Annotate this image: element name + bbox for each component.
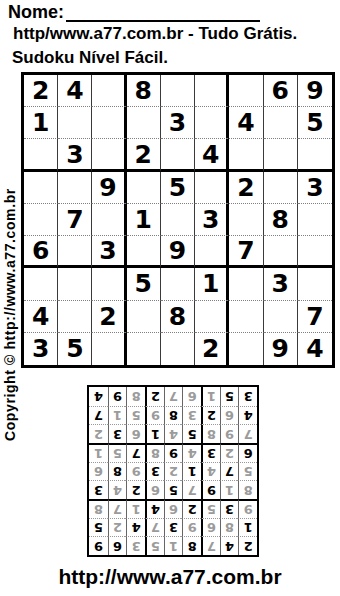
main-sudoku-cell-r9c7[interactable] [229,333,263,365]
main-sudoku-cell-r2c9[interactable]: 5 [298,107,332,139]
solution-rotated-cell-r4c4: 7 [182,480,201,499]
solution-rotated-cell-r5c7: 9 [126,462,145,481]
solution-rotated-cell-r7c1: 7 [238,424,257,443]
solution-rotated-cell-r1c8: 6 [108,536,127,555]
solution-rotated-cell-r2c5: 3 [164,518,183,537]
main-sudoku-cell-r4c3[interactable]: 9 [92,172,126,204]
solution-rotated-cell-r9c7: 8 [126,387,145,406]
main-sudoku-cell-r2c8[interactable] [264,107,298,139]
solution-rotated-cell-r5c4: 1 [182,462,201,481]
solution-rotated-cell-r4c1: 8 [238,480,257,499]
main-sudoku-cell-r3c9[interactable] [298,139,332,171]
solution-rotated-cell-r8c2: 6 [220,406,239,425]
solution-rotated-cell-r3c1: 9 [238,499,257,518]
main-sudoku-cell-r9c5[interactable] [161,333,195,365]
solution-rotated-cell-r8c8: 1 [108,406,127,425]
main-sudoku-grid: 248691345324952371386397513428735294 [21,72,335,368]
main-sudoku-cell-r2c6[interactable] [195,107,229,139]
solution-rotated-cell-r9c5: 7 [164,387,183,406]
solution-rotated-cell-r2c2: 8 [220,518,239,537]
main-sudoku-cell-r8c3[interactable]: 2 [92,301,126,333]
footer-url: http://www.a77.com.br [0,565,340,589]
main-sudoku-cell-r4c4[interactable] [127,172,161,204]
solution-rotated-cell-r4c7: 2 [126,480,145,499]
solution-rotated-cell-r1c9: 9 [89,536,108,555]
solution-rotated-cell-r8c7: 5 [126,406,145,425]
main-sudoku-cell-r8c2[interactable] [58,301,92,333]
solution-rotated-cell-r6c5: 9 [164,443,183,462]
main-sudoku-cell-r8c8[interactable] [264,301,298,333]
name-label: Nome: [8,2,64,22]
main-sudoku-cell-r3c7[interactable] [229,139,263,171]
solution-rotated-cell-r9c9: 4 [89,387,108,406]
solution-rotated-cell-r5c3: 4 [201,462,220,481]
main-sudoku-cell-r6c9[interactable] [298,236,332,268]
main-sudoku-cell-r4c5[interactable]: 5 [161,172,195,204]
main-sudoku-cell-r4c6[interactable] [195,172,229,204]
solution-rotated-cell-r6c8: 5 [108,443,127,462]
main-sudoku-cell-r5c3[interactable] [92,204,126,236]
main-sudoku-cell-r9c1[interactable]: 3 [24,333,58,365]
main-sudoku-cell-r2c2[interactable] [58,107,92,139]
solution-rotated-cell-r2c6: 7 [145,518,164,537]
main-sudoku-cell-r5c9[interactable] [298,204,332,236]
solution-rotated-cell-r9c4: 6 [182,387,201,406]
solution-rotated-cell-r5c5: 2 [164,462,183,481]
solution-rotated-cell-r3c5: 6 [164,499,183,518]
solution-rotated-cell-r1c7: 3 [126,536,145,555]
solution-rotated-cell-r6c3: 3 [201,443,220,462]
main-sudoku-cell-r8c1[interactable]: 4 [24,301,58,333]
solution-rotated-cell-r1c3: 7 [201,536,220,555]
main-sudoku-cell-r6c5[interactable]: 9 [161,236,195,268]
solution-rotated-cell-r7c7: 6 [126,424,145,443]
solution-rotated-cell-r3c2: 3 [220,499,239,518]
main-sudoku-cell-r7c5[interactable] [161,268,195,300]
main-sudoku-cell-r4c1[interactable] [24,172,58,204]
main-sudoku-cell-r7c1[interactable] [24,268,58,300]
main-sudoku-cell-r3c3[interactable] [92,139,126,171]
solution-rotated-cell-r9c1: 3 [238,387,257,406]
solution-rotated-cell-r7c6: 1 [145,424,164,443]
main-sudoku-cell-r5c8[interactable]: 8 [264,204,298,236]
main-sudoku-cell-r6c8[interactable] [264,236,298,268]
solution-rotated-cell-r3c4: 2 [182,499,201,518]
solution-rotated-cell-r3c7: 1 [126,499,145,518]
solution-rotated-cell-r7c2: 9 [220,424,239,443]
solution-rotated-cell-r5c1: 5 [238,462,257,481]
main-sudoku-cell-r1c2[interactable]: 4 [58,75,92,107]
solution-rotated-cell-r2c8: 2 [108,518,127,537]
main-sudoku-cell-r9c2[interactable]: 5 [58,333,92,365]
main-sudoku-cell-r3c6[interactable]: 4 [195,139,229,171]
solution-rotated-cell-r5c6: 3 [145,462,164,481]
solution-rotated-cell-r2c3: 6 [201,518,220,537]
main-sudoku-cell-r1c1[interactable]: 2 [24,75,58,107]
solution-rotated-cell-r6c7: 7 [126,443,145,462]
solution-rotated-cell-r1c5: 1 [164,536,183,555]
main-sudoku-cell-r1c3[interactable] [92,75,126,107]
solution-rotated-cell-r8c6: 9 [145,406,164,425]
main-sudoku-cell-r9c8[interactable]: 9 [264,333,298,365]
solution-rotated-cell-r6c6: 8 [145,443,164,462]
solution-rotated-cell-r8c1: 4 [238,406,257,425]
main-sudoku-cell-r2c5[interactable]: 3 [161,107,195,139]
difficulty-title: Sudoku Nível Fácil. [12,48,168,68]
main-sudoku-cell-r9c4[interactable] [127,333,161,365]
main-sudoku-cell-r2c1[interactable]: 1 [24,107,58,139]
solution-rotated-cell-r9c6: 2 [145,387,164,406]
main-sudoku-cell-r2c3[interactable] [92,107,126,139]
site-title: http/www.a77.com.br - Tudo Grátis. [13,24,297,44]
solution-rotated-cell-r4c5: 5 [164,480,183,499]
solution-rotated-cell-r4c3: 9 [201,480,220,499]
solution-rotated-cell-r7c9: 2 [89,424,108,443]
solution-rotated-cell-r9c3: 1 [201,387,220,406]
solution-rotated-cell-r4c8: 4 [108,480,127,499]
main-sudoku-cell-r3c8[interactable] [264,139,298,171]
main-sudoku-cell-r8c6[interactable] [195,301,229,333]
solution-rotated-cell-r3c3: 5 [201,499,220,518]
main-sudoku-cell-r8c4[interactable] [127,301,161,333]
main-sudoku-cell-r5c2[interactable]: 7 [58,204,92,236]
solution-rotated-cell-r9c8: 9 [108,387,127,406]
solution-rotated-cell-r6c2: 2 [220,443,239,462]
main-sudoku-cell-r7c7[interactable] [229,268,263,300]
main-sudoku-cell-r3c1[interactable] [24,139,58,171]
solution-rotated-cell-r8c3: 2 [201,406,220,425]
solution-rotated-cell-r6c9: 1 [89,443,108,462]
copyright-vertical-text: Copyright © http://www.a77.com.br [2,188,18,441]
main-sudoku-cell-r2c7[interactable]: 4 [229,107,263,139]
solution-rotated-cell-r8c9: 7 [89,406,108,425]
main-sudoku-cell-r5c6[interactable]: 3 [195,204,229,236]
solution-rotated-cell-r2c4: 9 [182,518,201,537]
solution-rotated-cell-r5c8: 8 [108,462,127,481]
main-sudoku-cell-r4c7[interactable]: 2 [229,172,263,204]
main-sudoku-cell-r1c8[interactable]: 6 [264,75,298,107]
solution-rotated-cell-r1c4: 8 [182,536,201,555]
main-sudoku-cell-r6c1[interactable]: 6 [24,236,58,268]
solution-grid-rotated: 2478153691869374259352641788197562435741… [87,385,259,557]
main-sudoku-cell-r7c6[interactable]: 1 [195,268,229,300]
solution-rotated-cell-r6c4: 4 [182,443,201,462]
main-sudoku-cell-r1c7[interactable] [229,75,263,107]
solution-rotated-cell-r4c9: 3 [89,480,108,499]
solution-rotated-cell-r7c5: 4 [164,424,183,443]
main-sudoku-cell-r3c5[interactable] [161,139,195,171]
solution-rotated-cell-r1c1: 2 [238,536,257,555]
solution-rotated-cell-r3c9: 8 [89,499,108,518]
main-sudoku-cell-r8c9[interactable]: 7 [298,301,332,333]
solution-rotated-cell-r9c2: 5 [220,387,239,406]
main-sudoku-cell-r5c7[interactable] [229,204,263,236]
main-sudoku-cell-r7c3[interactable] [92,268,126,300]
solution-rotated-cell-r8c5: 8 [164,406,183,425]
main-sudoku-cell-r8c5[interactable]: 8 [161,301,195,333]
solution-rotated-cell-r2c1: 1 [238,518,257,537]
main-sudoku-cell-r7c9[interactable] [298,268,332,300]
solution-rotated-cell-r7c8: 3 [108,424,127,443]
main-sudoku-cell-r2c4[interactable] [127,107,161,139]
solution-rotated-cell-r7c4: 5 [182,424,201,443]
main-sudoku-cell-r1c9[interactable]: 9 [298,75,332,107]
name-blank-line[interactable] [66,2,260,22]
solution-rotated-cell-r8c4: 3 [182,406,201,425]
solution-rotated-cell-r5c9: 6 [89,462,108,481]
main-sudoku-cell-r6c6[interactable] [195,236,229,268]
main-sudoku-cell-r3c2[interactable]: 3 [58,139,92,171]
main-sudoku-cell-r3c4[interactable]: 2 [127,139,161,171]
solution-rotated-cell-r4c6: 6 [145,480,164,499]
solution-rotated-cell-r4c2: 1 [220,480,239,499]
solution-rotated-cell-r5c2: 7 [220,462,239,481]
main-sudoku-cell-r7c2[interactable] [58,268,92,300]
main-sudoku-cell-r9c9[interactable]: 4 [298,333,332,365]
main-sudoku-cell-r1c5[interactable] [161,75,195,107]
main-sudoku-cell-r4c8[interactable] [264,172,298,204]
main-sudoku-cell-r7c8[interactable]: 3 [264,268,298,300]
solution-rotated-cell-r1c2: 4 [220,536,239,555]
main-sudoku-cell-r6c2[interactable] [58,236,92,268]
solution-rotated-cell-r3c8: 7 [108,499,127,518]
solution-rotated-cell-r3c6: 4 [145,499,164,518]
solution-rotated-cell-r1c6: 5 [145,536,164,555]
main-sudoku-cell-r4c2[interactable] [58,172,92,204]
main-sudoku-cell-r7c4[interactable]: 5 [127,268,161,300]
solution-rotated-cell-r2c7: 4 [126,518,145,537]
main-sudoku-cell-r6c7[interactable]: 7 [229,236,263,268]
main-sudoku-cell-r1c6[interactable] [195,75,229,107]
solution-rotated-cell-r6c1: 6 [238,443,257,462]
name-field-row: Nome: [8,2,260,22]
main-sudoku-cell-r6c4[interactable] [127,236,161,268]
main-sudoku-cell-r9c6[interactable]: 2 [195,333,229,365]
main-sudoku-cell-r5c5[interactable] [161,204,195,236]
solution-rotated-cell-r7c3: 8 [201,424,220,443]
main-sudoku-cell-r8c7[interactable] [229,301,263,333]
solution-rotated-cell-r2c9: 5 [89,518,108,537]
main-sudoku-cell-r5c1[interactable] [24,204,58,236]
main-sudoku-cell-r6c3[interactable]: 3 [92,236,126,268]
main-sudoku-cell-r4c9[interactable]: 3 [298,172,332,204]
main-sudoku-cell-r5c4[interactable]: 1 [127,204,161,236]
main-sudoku-cell-r1c4[interactable]: 8 [127,75,161,107]
main-sudoku-cell-r9c3[interactable] [92,333,126,365]
sudoku-printout-page: { "game": "sudoku", "header": { "name_la… [0,0,340,596]
